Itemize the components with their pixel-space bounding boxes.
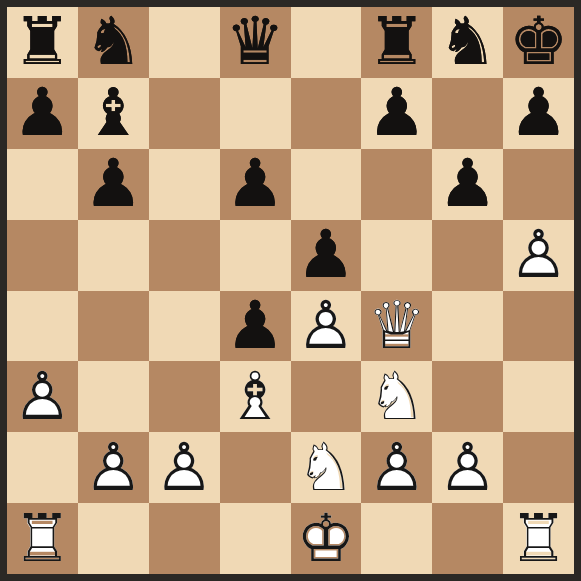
piece-line-glyph: ♖ [509, 506, 568, 572]
piece-white-pawn[interactable]: ♟♙ [361, 432, 432, 503]
piece-line-glyph: ♕ [367, 293, 426, 359]
piece-line-glyph: ♟ [225, 151, 284, 217]
piece-white-bishop[interactable]: ♝♗ [220, 361, 291, 432]
square-e2[interactable]: ♞♘ [291, 432, 362, 503]
piece-line-glyph: ♛ [225, 9, 284, 75]
piece-line-glyph: ♟ [225, 293, 284, 359]
square-b6[interactable]: ♟♟ [78, 149, 149, 220]
piece-white-knight[interactable]: ♞♘ [291, 432, 362, 503]
piece-black-king[interactable]: ♚♚ [503, 7, 574, 78]
square-a3[interactable]: ♟♙ [7, 361, 78, 432]
piece-line-glyph: ♔ [296, 506, 355, 572]
square-g4[interactable] [432, 291, 503, 362]
square-d8[interactable]: ♛♛ [220, 7, 291, 78]
square-b5[interactable] [78, 220, 149, 291]
piece-black-knight[interactable]: ♞♞ [78, 7, 149, 78]
square-d2[interactable] [220, 432, 291, 503]
piece-line-glyph: ♜ [13, 9, 72, 75]
square-d7[interactable] [220, 78, 291, 149]
square-e5[interactable]: ♟♟ [291, 220, 362, 291]
piece-line-glyph: ♞ [84, 9, 143, 75]
square-c2[interactable]: ♟♙ [149, 432, 220, 503]
piece-line-glyph: ♘ [296, 435, 355, 501]
piece-line-glyph: ♜ [367, 9, 426, 75]
square-f8[interactable]: ♜♜ [361, 7, 432, 78]
piece-white-pawn[interactable]: ♟♙ [432, 432, 503, 503]
square-e6[interactable] [291, 149, 362, 220]
square-g3[interactable] [432, 361, 503, 432]
piece-line-glyph: ♟ [296, 222, 355, 288]
piece-white-pawn[interactable]: ♟♙ [503, 220, 574, 291]
piece-white-pawn[interactable]: ♟♙ [78, 432, 149, 503]
piece-line-glyph: ♞ [438, 9, 497, 75]
square-c4[interactable] [149, 291, 220, 362]
square-d3[interactable]: ♝♗ [220, 361, 291, 432]
square-a5[interactable] [7, 220, 78, 291]
piece-black-pawn[interactable]: ♟♟ [503, 78, 574, 149]
piece-line-glyph: ♟ [438, 151, 497, 217]
piece-line-glyph: ♙ [367, 435, 426, 501]
piece-line-glyph: ♖ [13, 506, 72, 572]
square-f2[interactable]: ♟♙ [361, 432, 432, 503]
square-f6[interactable] [361, 149, 432, 220]
piece-line-glyph: ♟ [84, 151, 143, 217]
square-g7[interactable] [432, 78, 503, 149]
piece-line-glyph: ♚ [509, 9, 568, 75]
piece-black-rook[interactable]: ♜♜ [7, 7, 78, 78]
square-h7[interactable]: ♟♟ [503, 78, 574, 149]
piece-white-pawn[interactable]: ♟♙ [7, 361, 78, 432]
square-e8[interactable] [291, 7, 362, 78]
piece-black-pawn[interactable]: ♟♟ [7, 78, 78, 149]
piece-white-queen[interactable]: ♛♕ [361, 291, 432, 362]
square-h5[interactable]: ♟♙ [503, 220, 574, 291]
piece-line-glyph: ♙ [509, 222, 568, 288]
piece-black-pawn[interactable]: ♟♟ [220, 291, 291, 362]
piece-white-pawn[interactable]: ♟♙ [291, 291, 362, 362]
square-g2[interactable]: ♟♙ [432, 432, 503, 503]
square-a1[interactable]: ♜♖ [7, 503, 78, 574]
piece-line-glyph: ♙ [13, 364, 72, 430]
piece-black-pawn[interactable]: ♟♟ [220, 149, 291, 220]
square-f3[interactable]: ♞♘ [361, 361, 432, 432]
square-a2[interactable] [7, 432, 78, 503]
piece-white-pawn[interactable]: ♟♙ [149, 432, 220, 503]
piece-line-glyph: ♙ [84, 435, 143, 501]
square-f5[interactable] [361, 220, 432, 291]
piece-black-queen[interactable]: ♛♛ [220, 7, 291, 78]
square-a7[interactable]: ♟♟ [7, 78, 78, 149]
square-f1[interactable] [361, 503, 432, 574]
square-h8[interactable]: ♚♚ [503, 7, 574, 78]
square-f4[interactable]: ♛♕ [361, 291, 432, 362]
square-b4[interactable] [78, 291, 149, 362]
square-d1[interactable] [220, 503, 291, 574]
square-d6[interactable]: ♟♟ [220, 149, 291, 220]
piece-line-glyph: ♟ [509, 80, 568, 146]
square-c1[interactable] [149, 503, 220, 574]
square-h6[interactable] [503, 149, 574, 220]
square-d5[interactable] [220, 220, 291, 291]
square-h4[interactable] [503, 291, 574, 362]
square-a8[interactable]: ♜♜ [7, 7, 78, 78]
square-e4[interactable]: ♟♙ [291, 291, 362, 362]
piece-black-pawn[interactable]: ♟♟ [361, 78, 432, 149]
piece-white-king[interactable]: ♚♔ [291, 503, 362, 574]
square-f7[interactable]: ♟♟ [361, 78, 432, 149]
square-b8[interactable]: ♞♞ [78, 7, 149, 78]
square-h2[interactable] [503, 432, 574, 503]
piece-white-rook[interactable]: ♜♖ [7, 503, 78, 574]
square-c6[interactable] [149, 149, 220, 220]
square-e7[interactable] [291, 78, 362, 149]
piece-black-bishop[interactable]: ♝♝ [78, 78, 149, 149]
piece-black-rook[interactable]: ♜♜ [361, 7, 432, 78]
square-b3[interactable] [78, 361, 149, 432]
square-e1[interactable]: ♚♔ [291, 503, 362, 574]
square-h1[interactable]: ♜♖ [503, 503, 574, 574]
piece-black-pawn[interactable]: ♟♟ [432, 149, 503, 220]
piece-white-rook[interactable]: ♜♖ [503, 503, 574, 574]
piece-black-pawn[interactable]: ♟♟ [78, 149, 149, 220]
square-d4[interactable]: ♟♟ [220, 291, 291, 362]
square-g6[interactable]: ♟♟ [432, 149, 503, 220]
square-c8[interactable] [149, 7, 220, 78]
square-c3[interactable] [149, 361, 220, 432]
piece-line-glyph: ♝ [84, 80, 143, 146]
piece-line-glyph: ♗ [225, 364, 284, 430]
square-a6[interactable] [7, 149, 78, 220]
square-e3[interactable] [291, 361, 362, 432]
piece-line-glyph: ♙ [296, 293, 355, 359]
square-h3[interactable] [503, 361, 574, 432]
square-g5[interactable] [432, 220, 503, 291]
piece-line-glyph: ♙ [438, 435, 497, 501]
piece-line-glyph: ♟ [367, 80, 426, 146]
piece-black-pawn[interactable]: ♟♟ [291, 220, 362, 291]
square-b1[interactable] [78, 503, 149, 574]
square-g1[interactable] [432, 503, 503, 574]
square-c5[interactable] [149, 220, 220, 291]
piece-black-knight[interactable]: ♞♞ [432, 7, 503, 78]
piece-line-glyph: ♙ [155, 435, 214, 501]
piece-line-glyph: ♟ [13, 80, 72, 146]
square-c7[interactable] [149, 78, 220, 149]
square-b7[interactable]: ♝♝ [78, 78, 149, 149]
square-b2[interactable]: ♟♙ [78, 432, 149, 503]
chess-board: ♜♜♞♞♛♛♜♜♞♞♚♚♟♟♝♝♟♟♟♟♟♟♟♟♟♟♟♟♟♙♟♟♟♙♛♕♟♙♝♗… [7, 7, 574, 574]
piece-white-knight[interactable]: ♞♘ [361, 361, 432, 432]
piece-line-glyph: ♘ [367, 364, 426, 430]
board-frame: ♜♜♞♞♛♛♜♜♞♞♚♚♟♟♝♝♟♟♟♟♟♟♟♟♟♟♟♟♟♙♟♟♟♙♛♕♟♙♝♗… [0, 0, 581, 581]
square-a4[interactable] [7, 291, 78, 362]
square-g8[interactable]: ♞♞ [432, 7, 503, 78]
